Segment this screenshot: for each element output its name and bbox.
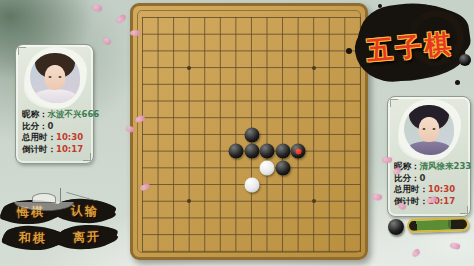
countdown-value: 10:17 [56,144,83,154]
star-point [312,66,316,70]
black-stone [260,144,275,159]
score-label: 比分： [22,121,48,131]
ink-dot [378,4,382,8]
petal-decoration [115,14,127,24]
total-time-value: 10:30 [56,132,83,142]
draw-button[interactable]: 和棋 [8,227,59,249]
score-value: 0 [420,173,426,183]
nickname-label: 昵称： [22,109,48,119]
leave-button[interactable]: 离开 [62,226,113,249]
black-stone-decoration [388,219,404,235]
leave-label: 离开 [73,228,102,246]
nickname-value: 水波不兴666 [48,109,100,119]
black-stone [244,144,259,159]
white-stone [260,160,275,175]
score-value: 0 [48,121,54,131]
score-label: 比分： [394,173,420,183]
board-grid[interactable] [142,17,361,252]
countdown-label: 倒计时： [22,144,56,154]
draw-label: 和棋 [19,229,48,247]
player-panel-left: 昵称：水波不兴666 比分：0 总用时：10:30 倒计时：10:17 [15,44,94,164]
petal-decoration [371,193,382,201]
avatar-left-player [28,51,82,105]
total-time-value: 10:30 [428,184,455,194]
avatar-face [44,65,65,90]
board-surface[interactable] [137,10,361,253]
ink-dot [346,48,352,54]
avatar-right-player [402,103,456,157]
boat-ink-drawing [12,186,86,214]
black-stone [244,127,259,142]
boat-hull [14,202,74,211]
black-stone [275,160,290,175]
nickname-value: 清风徐来233 [420,161,472,171]
game-title-area: 五子棋 [344,0,474,95]
black-stone [275,144,290,159]
petal-decoration [411,248,421,258]
total-time-label: 总用时： [22,132,56,142]
star-point [312,199,316,203]
fishing-rod [66,192,95,201]
star-point [187,199,191,203]
last-move-marker [295,148,301,154]
black-stone [291,144,306,159]
star-point [187,66,191,70]
game-screen: 昵称：水波不兴666 比分：0 总用时：10:30 倒计时：10:17 昵称：清… [0,0,474,266]
black-stone [228,144,243,159]
petal-decoration [102,36,112,46]
avatar-face [419,117,440,142]
boat-mast [60,188,61,202]
petal-decoration [449,241,460,250]
boat-canopy [32,193,56,203]
white-stone [244,177,259,192]
ink-dot [455,80,460,85]
total-time-label: 总用时： [394,184,428,194]
gomoku-board[interactable] [130,3,368,260]
petal-decoration [91,3,102,12]
scroll-decoration [407,217,469,233]
